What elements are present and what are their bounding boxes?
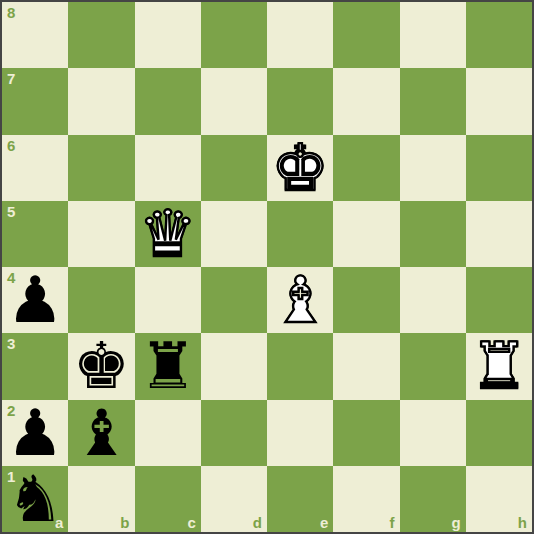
square-a2[interactable]: 2♟ (2, 400, 68, 466)
square-c1[interactable]: c (135, 466, 201, 532)
square-g8[interactable] (400, 2, 466, 68)
chess-board: 876♚5♛4♟♝3♚♜♜2♟♝1a♞bcdefgh (0, 0, 534, 534)
square-d8[interactable] (201, 2, 267, 68)
square-h4[interactable] (466, 267, 532, 333)
square-a8[interactable]: 8 (2, 2, 68, 68)
square-e7[interactable] (267, 68, 333, 134)
square-a6[interactable]: 6 (2, 135, 68, 201)
square-a1[interactable]: 1a♞ (2, 466, 68, 532)
rank-label-8: 8 (7, 5, 15, 20)
rank-label-3: 3 (7, 336, 15, 351)
piece-black-bishop[interactable]: ♝ (73, 401, 130, 465)
square-c5[interactable]: ♛ (135, 201, 201, 267)
rank-label-6: 6 (7, 138, 15, 153)
piece-white-queen[interactable]: ♛ (139, 202, 196, 266)
square-d3[interactable] (201, 333, 267, 399)
square-d2[interactable] (201, 400, 267, 466)
file-label-g: g (452, 515, 461, 530)
square-b3[interactable]: ♚ (68, 333, 134, 399)
square-h2[interactable] (466, 400, 532, 466)
square-g3[interactable] (400, 333, 466, 399)
file-label-c: c (187, 515, 195, 530)
square-e2[interactable] (267, 400, 333, 466)
piece-white-bishop[interactable]: ♝ (271, 268, 328, 332)
square-g7[interactable] (400, 68, 466, 134)
square-d6[interactable] (201, 135, 267, 201)
file-label-b: b (120, 515, 129, 530)
square-e6[interactable]: ♚ (267, 135, 333, 201)
square-f6[interactable] (333, 135, 399, 201)
square-h8[interactable] (466, 2, 532, 68)
square-b4[interactable] (68, 267, 134, 333)
square-a7[interactable]: 7 (2, 68, 68, 134)
piece-black-knight[interactable]: ♞ (6, 467, 63, 531)
square-c4[interactable] (135, 267, 201, 333)
piece-white-king[interactable]: ♚ (271, 136, 328, 200)
file-label-f: f (390, 515, 395, 530)
square-d4[interactable] (201, 267, 267, 333)
piece-white-rook[interactable]: ♜ (470, 334, 527, 398)
square-d5[interactable] (201, 201, 267, 267)
square-e1[interactable]: e (267, 466, 333, 532)
square-f1[interactable]: f (333, 466, 399, 532)
piece-black-pawn[interactable]: ♟ (6, 401, 63, 465)
square-f8[interactable] (333, 2, 399, 68)
square-b7[interactable] (68, 68, 134, 134)
square-g1[interactable]: g (400, 466, 466, 532)
square-g2[interactable] (400, 400, 466, 466)
square-e5[interactable] (267, 201, 333, 267)
square-h5[interactable] (466, 201, 532, 267)
piece-black-king[interactable]: ♚ (73, 334, 130, 398)
square-f7[interactable] (333, 68, 399, 134)
square-b5[interactable] (68, 201, 134, 267)
square-f2[interactable] (333, 400, 399, 466)
square-f3[interactable] (333, 333, 399, 399)
square-a4[interactable]: 4♟ (2, 267, 68, 333)
square-d7[interactable] (201, 68, 267, 134)
square-h3[interactable]: ♜ (466, 333, 532, 399)
square-g6[interactable] (400, 135, 466, 201)
square-e8[interactable] (267, 2, 333, 68)
square-b1[interactable]: b (68, 466, 134, 532)
square-g5[interactable] (400, 201, 466, 267)
square-a5[interactable]: 5 (2, 201, 68, 267)
square-h7[interactable] (466, 68, 532, 134)
square-h1[interactable]: h (466, 466, 532, 532)
square-h6[interactable] (466, 135, 532, 201)
square-e4[interactable]: ♝ (267, 267, 333, 333)
square-g4[interactable] (400, 267, 466, 333)
square-c3[interactable]: ♜ (135, 333, 201, 399)
square-f5[interactable] (333, 201, 399, 267)
square-b8[interactable] (68, 2, 134, 68)
square-f4[interactable] (333, 267, 399, 333)
rank-label-7: 7 (7, 71, 15, 86)
square-d1[interactable]: d (201, 466, 267, 532)
file-label-e: e (320, 515, 328, 530)
piece-black-pawn[interactable]: ♟ (6, 268, 63, 332)
square-b2[interactable]: ♝ (68, 400, 134, 466)
piece-black-rook[interactable]: ♜ (139, 334, 196, 398)
square-c8[interactable] (135, 2, 201, 68)
square-c6[interactable] (135, 135, 201, 201)
square-b6[interactable] (68, 135, 134, 201)
square-c2[interactable] (135, 400, 201, 466)
square-e3[interactable] (267, 333, 333, 399)
file-label-d: d (253, 515, 262, 530)
file-label-h: h (518, 515, 527, 530)
rank-label-5: 5 (7, 204, 15, 219)
square-a3[interactable]: 3 (2, 333, 68, 399)
square-c7[interactable] (135, 68, 201, 134)
